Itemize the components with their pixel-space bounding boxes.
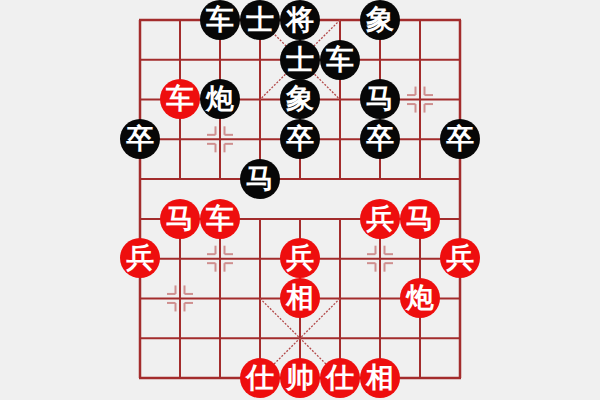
piece-red-horse[interactable]: 马 [400, 199, 440, 239]
piece-red-elephant[interactable]: 相 [360, 358, 400, 398]
piece-black-soldier[interactable]: 卒 [120, 119, 160, 159]
piece-red-soldier[interactable]: 兵 [360, 199, 400, 239]
piece-red-soldier[interactable]: 兵 [120, 238, 160, 278]
piece-black-horse[interactable]: 马 [240, 159, 280, 199]
board-pieces-layer: 车士将象士车车炮象马卒卒卒卒马马车兵马兵兵兵相炮仕帅仕相 [120, 0, 480, 398]
piece-red-soldier[interactable]: 兵 [280, 238, 320, 278]
piece-black-soldier[interactable]: 卒 [280, 119, 320, 159]
piece-red-elephant[interactable]: 相 [280, 278, 320, 318]
piece-red-general[interactable]: 帅 [280, 358, 320, 398]
piece-red-soldier[interactable]: 兵 [440, 238, 480, 278]
piece-black-general[interactable]: 将 [280, 0, 320, 40]
piece-red-cannon[interactable]: 炮 [400, 278, 440, 318]
piece-black-horse[interactable]: 马 [360, 79, 400, 119]
piece-red-chariot[interactable]: 车 [160, 79, 200, 119]
piece-red-advisor[interactable]: 仕 [240, 358, 280, 398]
piece-black-advisor[interactable]: 士 [280, 40, 320, 80]
piece-black-soldier[interactable]: 卒 [440, 119, 480, 159]
piece-black-chariot[interactable]: 车 [200, 0, 240, 40]
piece-red-chariot[interactable]: 车 [200, 199, 240, 239]
piece-black-elephant[interactable]: 象 [280, 79, 320, 119]
piece-black-advisor[interactable]: 士 [240, 0, 280, 40]
piece-red-horse[interactable]: 马 [160, 199, 200, 239]
xiangqi-board: 车士将象士车车炮象马卒卒卒卒马马车兵马兵兵兵相炮仕帅仕相 [0, 0, 600, 400]
piece-black-soldier[interactable]: 卒 [360, 119, 400, 159]
piece-black-chariot[interactable]: 车 [320, 40, 360, 80]
piece-red-advisor[interactable]: 仕 [320, 358, 360, 398]
piece-black-elephant[interactable]: 象 [360, 0, 400, 40]
piece-black-cannon[interactable]: 炮 [200, 79, 240, 119]
